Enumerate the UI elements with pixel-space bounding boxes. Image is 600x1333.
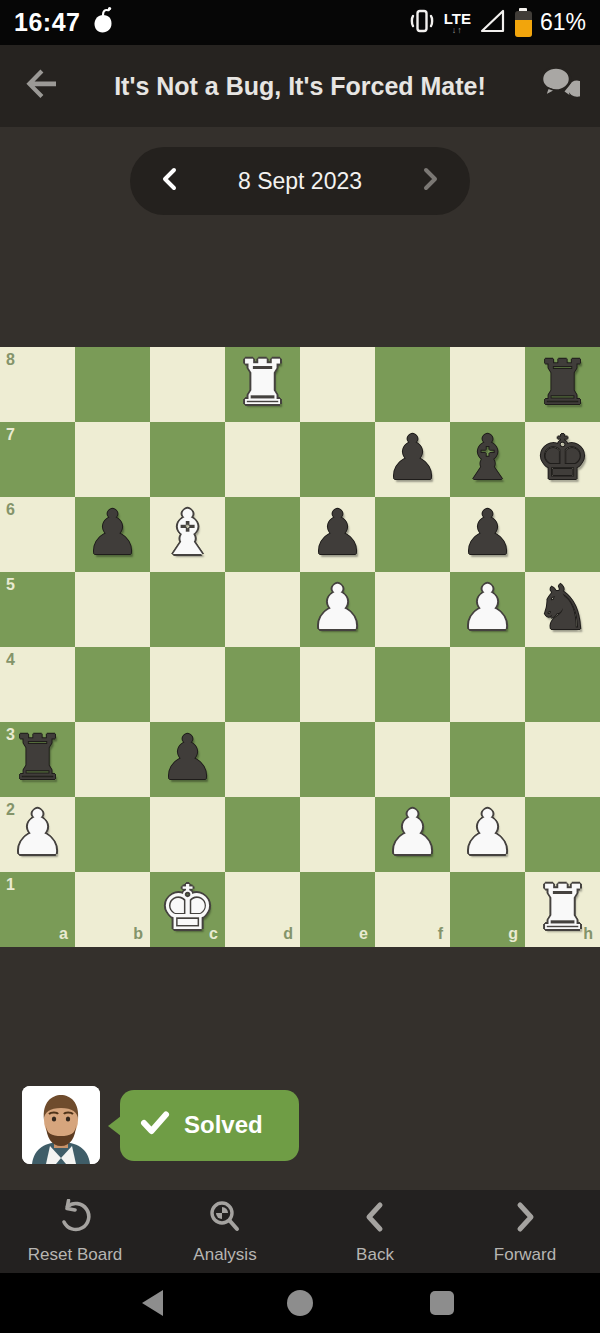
square-e3[interactable]	[300, 722, 375, 797]
analysis-icon	[207, 1199, 243, 1239]
square-h5[interactable]: ♞	[525, 572, 600, 647]
rank-label-1: 1	[6, 877, 15, 893]
square-d2[interactable]	[225, 797, 300, 872]
vibrate-icon	[408, 8, 436, 38]
square-h2[interactable]	[525, 797, 600, 872]
square-a8[interactable]: 8	[0, 347, 75, 422]
square-f5[interactable]	[375, 572, 450, 647]
square-f2[interactable]: ♟	[375, 797, 450, 872]
clock-time: 16:47	[14, 8, 80, 37]
square-c2[interactable]	[150, 797, 225, 872]
reset-board-button[interactable]: Reset Board	[0, 1190, 150, 1273]
square-a2[interactable]: 2♟	[0, 797, 75, 872]
square-f3[interactable]	[375, 722, 450, 797]
square-g5[interactable]: ♟	[450, 572, 525, 647]
square-a5[interactable]: 5	[0, 572, 75, 647]
reset-board-label: Reset Board	[28, 1245, 123, 1265]
android-back-icon[interactable]	[142, 1290, 163, 1316]
square-e4[interactable]	[300, 647, 375, 722]
square-e6[interactable]: ♟	[300, 497, 375, 572]
square-f6[interactable]	[375, 497, 450, 572]
square-g1[interactable]: g	[450, 872, 525, 947]
square-c8[interactable]	[150, 347, 225, 422]
square-e2[interactable]	[300, 797, 375, 872]
square-d5[interactable]	[225, 572, 300, 647]
black-knight-h5[interactable]: ♞	[525, 572, 600, 647]
file-label-e: e	[359, 926, 368, 942]
square-b3[interactable]	[75, 722, 150, 797]
square-b4[interactable]	[75, 647, 150, 722]
square-h1[interactable]: h♜	[525, 872, 600, 947]
square-f1[interactable]: f	[375, 872, 450, 947]
square-e7[interactable]	[300, 422, 375, 497]
white-pawn-e5[interactable]: ♟	[300, 572, 375, 647]
square-g3[interactable]	[450, 722, 525, 797]
square-a3[interactable]: 3♜	[0, 722, 75, 797]
white-rook-d8[interactable]: ♜	[225, 347, 300, 422]
android-nav-bar	[0, 1273, 600, 1333]
white-pawn-g5[interactable]: ♟	[450, 572, 525, 647]
square-h8[interactable]: ♜	[525, 347, 600, 422]
chevron-left-icon	[360, 1199, 390, 1239]
square-a1[interactable]: 1a	[0, 872, 75, 947]
square-b1[interactable]: b	[75, 872, 150, 947]
white-rook-h1[interactable]: ♜	[525, 872, 600, 947]
puzzle-screen: 16:47 LTE ↓↑	[0, 0, 600, 1333]
file-label-b: b	[133, 926, 143, 942]
next-day-button[interactable]	[418, 165, 442, 197]
square-g8[interactable]	[450, 347, 525, 422]
back-arrow-button[interactable]	[16, 60, 68, 112]
android-home-icon[interactable]	[287, 1290, 313, 1316]
file-label-f: f	[438, 926, 443, 942]
analysis-label: Analysis	[193, 1245, 256, 1265]
white-king-c1[interactable]: ♚	[150, 872, 225, 947]
square-c3[interactable]: ♟	[150, 722, 225, 797]
rank-label-7: 7	[6, 427, 15, 443]
square-e5[interactable]: ♟	[300, 572, 375, 647]
result-row: Solved	[22, 1086, 299, 1164]
black-rook-h8[interactable]: ♜	[525, 347, 600, 422]
file-label-a: a	[59, 926, 68, 942]
square-d1[interactable]: d	[225, 872, 300, 947]
chess-board[interactable]: 8♜♜7♟♝♚6♟♝♟♟5♟♟♞43♜♟2♟♟♟1abc♚defgh♜	[0, 347, 600, 947]
chevron-right-icon	[510, 1199, 540, 1239]
white-pawn-g2[interactable]: ♟	[450, 797, 525, 872]
square-f4[interactable]	[375, 647, 450, 722]
back-move-button[interactable]: Back	[300, 1190, 450, 1273]
black-king-h7[interactable]: ♚	[525, 422, 600, 497]
solved-label: Solved	[184, 1111, 263, 1139]
square-b7[interactable]	[75, 422, 150, 497]
bubble-tail	[108, 1116, 121, 1136]
page-title: It's Not a Bug, It's Forced Mate!	[114, 72, 486, 101]
square-c1[interactable]: c♚	[150, 872, 225, 947]
android-recents-icon[interactable]	[430, 1291, 454, 1315]
square-c7[interactable]	[150, 422, 225, 497]
black-pawn-f7[interactable]: ♟	[375, 422, 450, 497]
network-indicator: LTE ↓↑	[444, 11, 471, 35]
back-arrow-icon	[24, 68, 60, 104]
square-g2[interactable]: ♟	[450, 797, 525, 872]
square-e1[interactable]: e	[300, 872, 375, 947]
square-d6[interactable]	[225, 497, 300, 572]
bottom-toolbar: Reset Board Analysis Back	[0, 1190, 600, 1273]
black-pawn-b6[interactable]: ♟	[75, 497, 150, 572]
white-pawn-f2[interactable]: ♟	[375, 797, 450, 872]
square-b2[interactable]	[75, 797, 150, 872]
forward-move-button[interactable]: Forward	[450, 1190, 600, 1273]
puzzle-date: 8 Sept 2023	[238, 168, 362, 195]
square-g6[interactable]: ♟	[450, 497, 525, 572]
square-c4[interactable]	[150, 647, 225, 722]
black-pawn-c3[interactable]: ♟	[150, 722, 225, 797]
rank-label-5: 5	[6, 577, 15, 593]
back-label: Back	[356, 1245, 394, 1265]
reset-icon	[57, 1199, 93, 1239]
square-a7[interactable]: 7	[0, 422, 75, 497]
prev-day-button[interactable]	[158, 165, 182, 197]
file-label-g: g	[508, 926, 518, 942]
file-label-d: d	[283, 926, 293, 942]
data-arrows-icon: ↓↑	[452, 26, 463, 35]
square-h3[interactable]	[525, 722, 600, 797]
status-bar: 16:47 LTE ↓↑	[0, 0, 600, 45]
square-f7[interactable]: ♟	[375, 422, 450, 497]
square-c6[interactable]: ♝	[150, 497, 225, 572]
square-b6[interactable]: ♟	[75, 497, 150, 572]
square-g7[interactable]: ♝	[450, 422, 525, 497]
square-d7[interactable]	[225, 422, 300, 497]
signal-triangle-icon	[479, 8, 507, 38]
square-h6[interactable]	[525, 497, 600, 572]
battery-icon	[515, 8, 532, 38]
white-bishop-c6[interactable]: ♝	[150, 497, 225, 572]
square-b8[interactable]	[75, 347, 150, 422]
date-navigator: 8 Sept 2023	[130, 147, 470, 215]
black-bishop-g7[interactable]: ♝	[450, 422, 525, 497]
square-h7[interactable]: ♚	[525, 422, 600, 497]
battery-percent: 61%	[540, 9, 586, 36]
solved-bubble: Solved	[120, 1090, 299, 1161]
check-icon	[140, 1110, 170, 1140]
square-e8[interactable]	[300, 347, 375, 422]
rank-label-8: 8	[6, 352, 15, 368]
square-f8[interactable]	[375, 347, 450, 422]
square-a6[interactable]: 6	[0, 497, 75, 572]
user-avatar[interactable]	[22, 1086, 100, 1164]
header: It's Not a Bug, It's Forced Mate!	[0, 45, 600, 127]
square-d4[interactable]	[225, 647, 300, 722]
analysis-button[interactable]: Analysis	[150, 1190, 300, 1273]
square-h4[interactable]	[525, 647, 600, 722]
black-pawn-g6[interactable]: ♟	[450, 497, 525, 572]
black-rook-a3[interactable]: ♜	[0, 722, 75, 797]
white-pawn-a2[interactable]: ♟	[0, 797, 75, 872]
chesscom-pawn-icon	[90, 6, 116, 40]
square-d8[interactable]: ♜	[225, 347, 300, 422]
square-d3[interactable]	[225, 722, 300, 797]
square-a4[interactable]: 4	[0, 647, 75, 722]
square-g4[interactable]	[450, 647, 525, 722]
rank-label-4: 4	[6, 652, 15, 668]
square-c5[interactable]	[150, 572, 225, 647]
rank-label-6: 6	[6, 502, 15, 518]
black-pawn-e6[interactable]: ♟	[300, 497, 375, 572]
comments-button[interactable]	[532, 60, 584, 112]
forward-label: Forward	[494, 1245, 556, 1265]
chat-bubbles-icon	[536, 64, 580, 108]
square-b5[interactable]	[75, 572, 150, 647]
